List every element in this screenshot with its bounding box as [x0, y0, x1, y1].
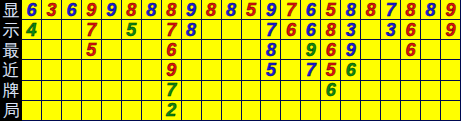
- grid-cell: [42, 20, 62, 40]
- grid-cell: [222, 20, 242, 40]
- grid-cell: [62, 20, 82, 40]
- grid-cell: 5: [242, 0, 262, 20]
- title-char: 显: [0, 0, 22, 20]
- grid-cell: [222, 60, 242, 80]
- grid-cell: 8: [421, 0, 441, 20]
- grid-cell: 6: [162, 40, 182, 60]
- title-char: 牌: [0, 81, 22, 101]
- grid-cell: [202, 40, 222, 60]
- grid-cell: 8: [222, 0, 242, 20]
- results-grid: 6369988898859765887889475787668336956896…: [22, 0, 461, 121]
- grid-cell: 8: [182, 20, 202, 40]
- grid-cell: [42, 40, 62, 60]
- grid-cell: 5: [321, 0, 341, 20]
- grid-cell: 7: [162, 81, 182, 101]
- grid-cell: 6: [401, 40, 421, 60]
- grid-cell: [361, 101, 381, 121]
- grid-cell: [142, 101, 162, 121]
- grid-cell: 8: [142, 0, 162, 20]
- grid-cell: [401, 81, 421, 101]
- grid-cell: [82, 81, 102, 101]
- grid-cell: [82, 101, 102, 121]
- grid-cell: [242, 81, 262, 101]
- grid-cell: [401, 101, 421, 121]
- grid-cell: 6: [62, 0, 82, 20]
- grid-cell: [102, 81, 122, 101]
- grid-cell: [142, 20, 162, 40]
- grid-cell: [122, 40, 142, 60]
- grid-cell: [62, 101, 82, 121]
- title-char: 示: [0, 20, 22, 40]
- grid-cell: [341, 101, 361, 121]
- grid-cell: [202, 60, 222, 80]
- grid-cell: [142, 40, 162, 60]
- grid-cell: 9: [441, 0, 461, 20]
- grid-cell: [142, 81, 162, 101]
- grid-cell: [381, 101, 401, 121]
- grid-cell: [182, 101, 202, 121]
- grid-cell: [421, 20, 441, 40]
- grid-cell: 9: [102, 0, 122, 20]
- grid-cell: 8: [341, 0, 361, 20]
- grid-cell: [421, 40, 441, 60]
- grid-cell: 3: [42, 0, 62, 20]
- grid-cell: [42, 101, 62, 121]
- grid-cell: [261, 81, 281, 101]
- grid-cell: [361, 60, 381, 80]
- grid-cell: [281, 60, 301, 80]
- grid-cell: [421, 101, 441, 121]
- grid-cell: [122, 81, 142, 101]
- grid-cell: [182, 81, 202, 101]
- grid-cell: 7: [82, 20, 102, 40]
- grid-cell: 7: [301, 60, 321, 80]
- grid-cell: 7: [162, 20, 182, 40]
- grid-cell: [421, 60, 441, 80]
- grid-cell: 5: [261, 60, 281, 80]
- grid-cell: [341, 81, 361, 101]
- grid-cell: [281, 101, 301, 121]
- grid-cell: 9: [341, 40, 361, 60]
- grid-cell: [222, 40, 242, 60]
- grid-cell: [102, 60, 122, 80]
- grid-cell: 6: [301, 0, 321, 20]
- grid-cell: 6: [401, 20, 421, 40]
- grid-cell: 6: [281, 20, 301, 40]
- grid-cell: [301, 101, 321, 121]
- grid-cell: 9: [82, 0, 102, 20]
- grid-cell: [242, 101, 262, 121]
- grid-cell: 7: [281, 0, 301, 20]
- grid-cell: [361, 40, 381, 60]
- grid-cell: [441, 40, 461, 60]
- grid-cell: 6: [321, 81, 341, 101]
- grid-cell: 9: [301, 40, 321, 60]
- grid-cell: 9: [182, 0, 202, 20]
- grid-cell: [421, 81, 441, 101]
- grid-cell: 6: [341, 60, 361, 80]
- grid-cell: [102, 101, 122, 121]
- grid-cell: [441, 101, 461, 121]
- grid-cell: [222, 101, 242, 121]
- grid-cell: 3: [341, 20, 361, 40]
- grid-cell: 9: [261, 0, 281, 20]
- grid-cell: [182, 40, 202, 60]
- grid-cell: 6: [22, 0, 42, 20]
- grid-cell: 5: [122, 20, 142, 40]
- grid-cell: [381, 60, 401, 80]
- grid-cell: [202, 81, 222, 101]
- grid-cell: [242, 60, 262, 80]
- grid-cell: [441, 81, 461, 101]
- recent-results-board: 显 示 最 近 牌 局 6369988898859765887889475787…: [0, 0, 461, 121]
- grid-cell: [102, 40, 122, 60]
- grid-cell: [42, 81, 62, 101]
- title-char: 最: [0, 40, 22, 60]
- grid-cell: [361, 20, 381, 40]
- grid-cell: [361, 81, 381, 101]
- grid-cell: 9: [441, 20, 461, 40]
- grid-cell: [441, 60, 461, 80]
- grid-cell: [321, 101, 341, 121]
- grid-cell: [222, 81, 242, 101]
- grid-cell: [22, 40, 42, 60]
- grid-cell: [102, 20, 122, 40]
- grid-cell: [62, 60, 82, 80]
- grid-cell: [42, 60, 62, 80]
- grid-cell: [242, 20, 262, 40]
- grid-cell: 8: [321, 20, 341, 40]
- grid-cell: 8: [401, 0, 421, 20]
- grid-cell: [202, 20, 222, 40]
- grid-cell: [82, 60, 102, 80]
- grid-cell: [182, 60, 202, 80]
- grid-cell: 2: [162, 101, 182, 121]
- grid-cell: 7: [381, 0, 401, 20]
- grid-cell: [281, 40, 301, 60]
- grid-cell: [281, 81, 301, 101]
- grid-cell: 9: [162, 60, 182, 80]
- grid-cell: 4: [22, 20, 42, 40]
- grid-cell: [142, 60, 162, 80]
- grid-cell: 8: [361, 0, 381, 20]
- title-char: 局: [0, 101, 22, 121]
- grid-cell: 6: [321, 40, 341, 60]
- grid-cell: [62, 40, 82, 60]
- grid-cell: [122, 60, 142, 80]
- grid-cell: 6: [301, 20, 321, 40]
- grid-cell: 8: [122, 0, 142, 20]
- grid-cell: [122, 101, 142, 121]
- grid-cell: [301, 81, 321, 101]
- grid-cell: [62, 81, 82, 101]
- grid-cell: 8: [261, 40, 281, 60]
- grid-cell: [22, 81, 42, 101]
- grid-cell: 8: [162, 0, 182, 20]
- grid-cell: 8: [202, 0, 222, 20]
- grid-cell: [381, 81, 401, 101]
- board-title-vertical: 显 示 最 近 牌 局: [0, 0, 22, 121]
- grid-cell: 5: [82, 40, 102, 60]
- grid-cell: 5: [321, 60, 341, 80]
- grid-cell: [381, 40, 401, 60]
- grid-cell: 7: [261, 20, 281, 40]
- title-char: 近: [0, 61, 22, 81]
- grid-cell: 3: [381, 20, 401, 40]
- grid-cell: [401, 60, 421, 80]
- grid-cell: [242, 40, 262, 60]
- grid-cell: [261, 101, 281, 121]
- grid-cell: [202, 101, 222, 121]
- grid-cell: [22, 101, 42, 121]
- grid-cell: [22, 60, 42, 80]
